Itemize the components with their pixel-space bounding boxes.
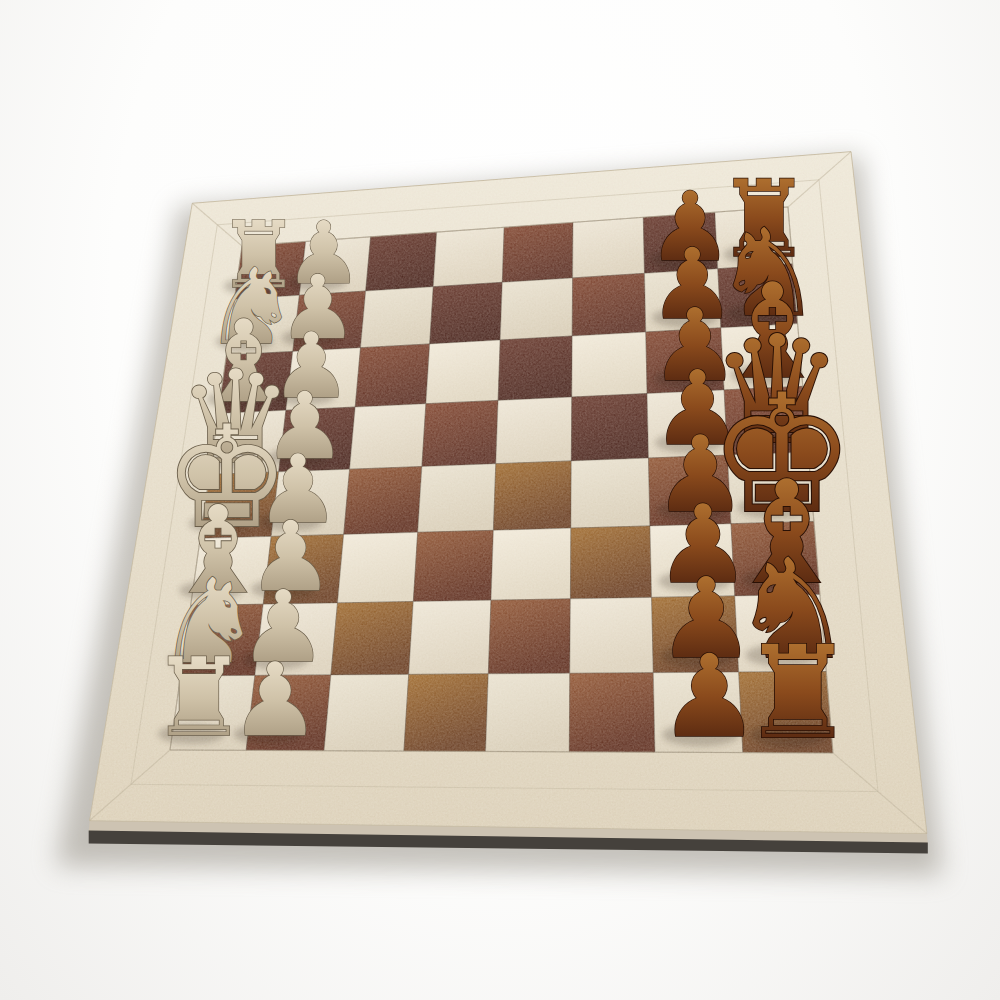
- chessboard-scene: ♜♟♟♜♞♟♟♞♝♟♟♝♛♟♟♛♚♟♟♚♝♟♟♝♞♟♟♞♜♟♟♜: [0, 0, 1000, 1000]
- photo-stage: ♜♟♟♜♞♟♟♞♝♟♟♝♛♟♟♛♚♟♟♚♝♟♟♝♞♟♟♞♜♟♟♜: [0, 0, 1000, 1000]
- piece-black-rook-h8[interactable]: ♜: [741, 619, 855, 767]
- piece-white-pawn-h2[interactable]: ♟: [230, 641, 321, 759]
